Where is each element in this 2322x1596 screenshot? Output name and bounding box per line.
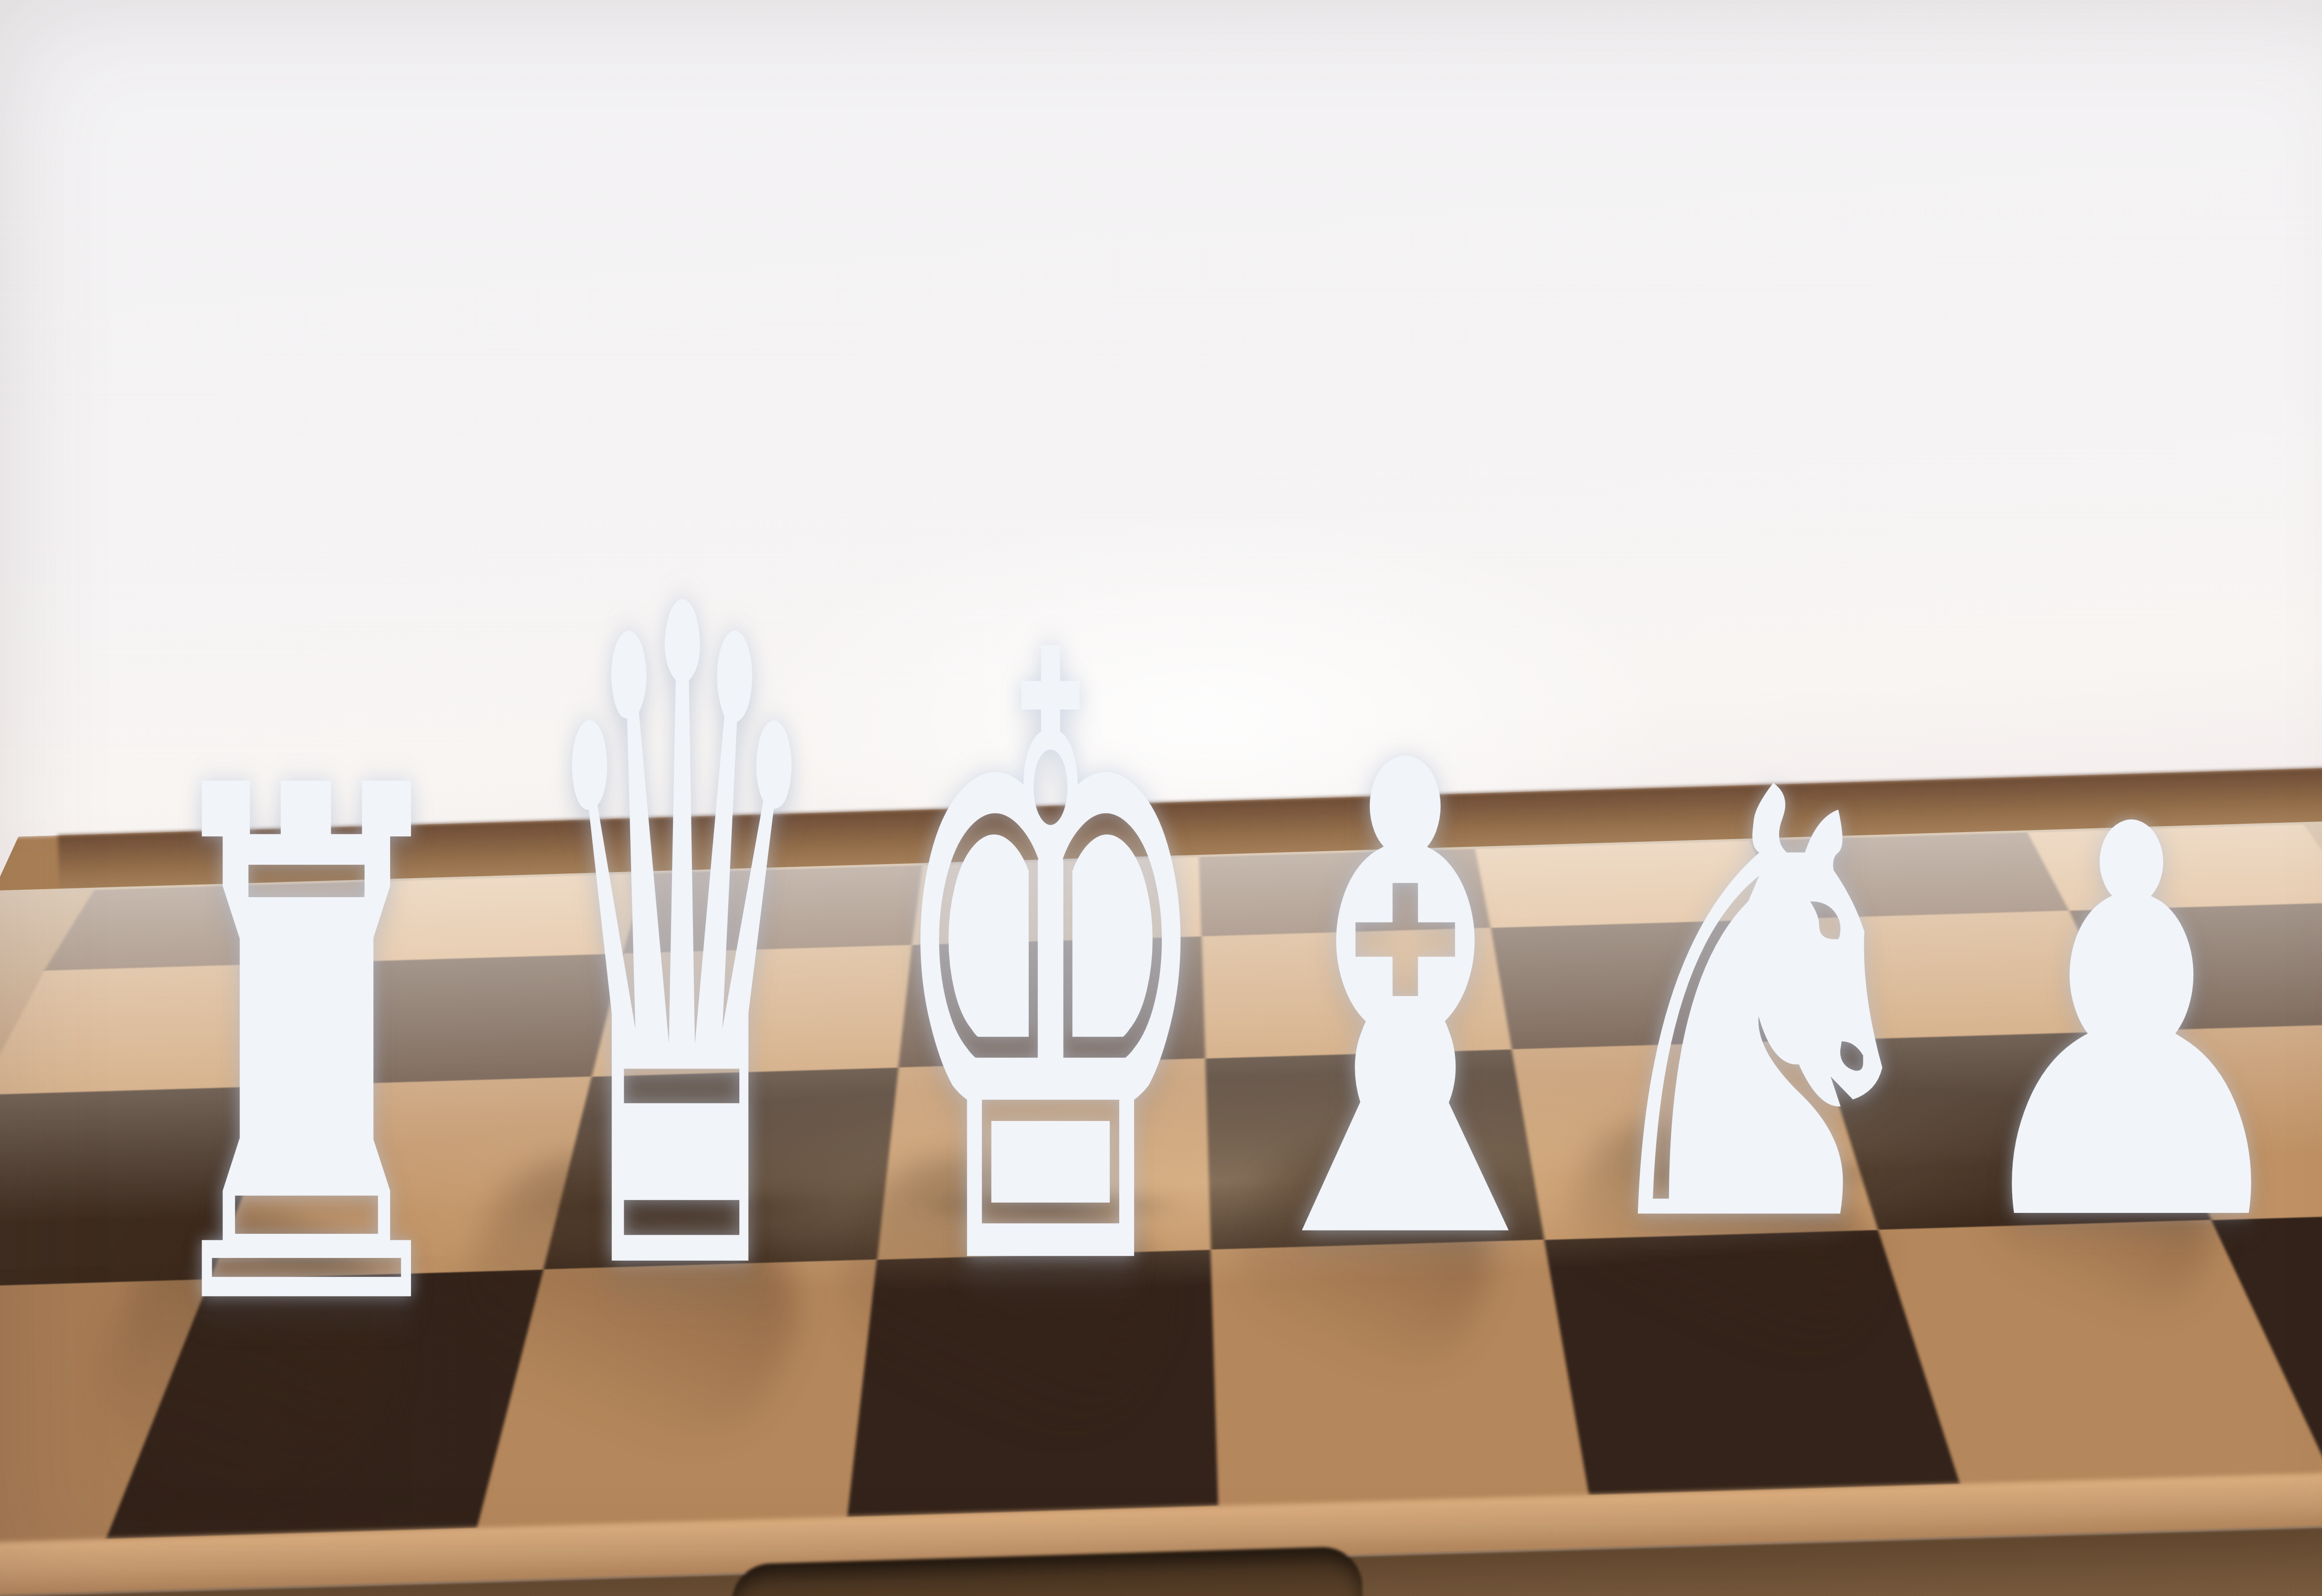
scene: ♜♛♚♝♞♟ xyxy=(0,0,2322,1596)
vignette xyxy=(0,0,2322,1596)
